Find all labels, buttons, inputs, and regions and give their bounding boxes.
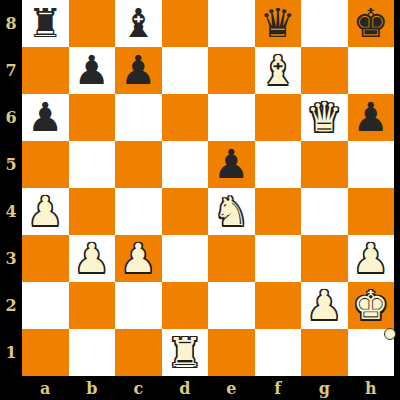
file-label-c: c (115, 376, 162, 400)
square-h7[interactable] (348, 47, 395, 94)
square-a6[interactable]: ♟ (22, 94, 69, 141)
white-pawn[interactable]: ♟ (306, 282, 342, 329)
rank-labels: 87654321 (0, 0, 22, 376)
square-d8[interactable] (162, 0, 209, 47)
square-g1[interactable] (301, 329, 348, 376)
rank-label-8: 8 (0, 0, 22, 47)
square-b6[interactable] (69, 94, 116, 141)
rank-label-7: 7 (0, 47, 22, 94)
square-d3[interactable] (162, 235, 209, 282)
square-g8[interactable] (301, 0, 348, 47)
square-b8[interactable] (69, 0, 116, 47)
square-f4[interactable] (255, 188, 302, 235)
square-a1[interactable] (22, 329, 69, 376)
square-c3[interactable]: ♟ (115, 235, 162, 282)
white-queen[interactable]: ♛ (306, 94, 342, 141)
square-b5[interactable] (69, 141, 116, 188)
square-f1[interactable] (255, 329, 302, 376)
white-pawn[interactable]: ♟ (74, 235, 110, 282)
square-f5[interactable] (255, 141, 302, 188)
rank-label-5: 5 (0, 141, 22, 188)
black-pawn[interactable]: ♟ (120, 47, 156, 94)
white-knight[interactable]: ♞ (213, 188, 249, 235)
square-f2[interactable] (255, 282, 302, 329)
rank-label-6: 6 (0, 94, 22, 141)
rank-label-3: 3 (0, 235, 22, 282)
rank-label-1: 1 (0, 329, 22, 376)
square-d7[interactable] (162, 47, 209, 94)
black-pawn[interactable]: ♟ (353, 94, 389, 141)
file-label-a: a (22, 376, 69, 400)
square-c7[interactable]: ♟ (115, 47, 162, 94)
square-c1[interactable] (115, 329, 162, 376)
square-g7[interactable] (301, 47, 348, 94)
square-h6[interactable]: ♟ (348, 94, 395, 141)
chess-diagram: 87654321 ♜♝♛♚♟♟♝♟♛♟♟♟♞♟♟♟♟♚♜ abcdefgh (0, 0, 400, 400)
square-a2[interactable] (22, 282, 69, 329)
white-king[interactable]: ♚ (353, 282, 389, 329)
square-e1[interactable] (208, 329, 255, 376)
square-c8[interactable]: ♝ (115, 0, 162, 47)
square-f6[interactable] (255, 94, 302, 141)
square-a8[interactable]: ♜ (22, 0, 69, 47)
black-pawn[interactable]: ♟ (213, 141, 249, 188)
square-d1[interactable]: ♜ (162, 329, 209, 376)
square-e5[interactable]: ♟ (208, 141, 255, 188)
square-g5[interactable] (301, 141, 348, 188)
black-king[interactable]: ♚ (353, 0, 389, 47)
rank-label-2: 2 (0, 282, 22, 329)
square-e6[interactable] (208, 94, 255, 141)
square-d4[interactable] (162, 188, 209, 235)
file-label-e: e (208, 376, 255, 400)
square-h2[interactable]: ♚ (348, 282, 395, 329)
file-label-g: g (301, 376, 348, 400)
file-labels: abcdefgh (22, 376, 394, 400)
black-pawn[interactable]: ♟ (27, 94, 63, 141)
square-b1[interactable] (69, 329, 116, 376)
file-label-b: b (69, 376, 116, 400)
square-e3[interactable] (208, 235, 255, 282)
white-pawn[interactable]: ♟ (27, 188, 63, 235)
square-d2[interactable] (162, 282, 209, 329)
square-b7[interactable]: ♟ (69, 47, 116, 94)
black-queen[interactable]: ♛ (260, 0, 296, 47)
square-d5[interactable] (162, 141, 209, 188)
square-c4[interactable] (115, 188, 162, 235)
black-bishop[interactable]: ♝ (120, 0, 156, 47)
white-bishop[interactable]: ♝ (260, 47, 296, 94)
square-g6[interactable]: ♛ (301, 94, 348, 141)
square-b4[interactable] (69, 188, 116, 235)
square-a3[interactable] (22, 235, 69, 282)
file-label-d: d (162, 376, 209, 400)
black-rook[interactable]: ♜ (27, 0, 63, 47)
square-a7[interactable] (22, 47, 69, 94)
square-c5[interactable] (115, 141, 162, 188)
square-f7[interactable]: ♝ (255, 47, 302, 94)
square-h4[interactable] (348, 188, 395, 235)
black-pawn[interactable]: ♟ (74, 47, 110, 94)
square-h8[interactable]: ♚ (348, 0, 395, 47)
file-label-h: h (348, 376, 395, 400)
square-h5[interactable] (348, 141, 395, 188)
square-e2[interactable] (208, 282, 255, 329)
square-a4[interactable]: ♟ (22, 188, 69, 235)
file-label-f: f (255, 376, 302, 400)
rank-label-4: 4 (0, 188, 22, 235)
square-c2[interactable] (115, 282, 162, 329)
white-to-move-indicator (384, 328, 396, 340)
square-g2[interactable]: ♟ (301, 282, 348, 329)
white-pawn[interactable]: ♟ (120, 235, 156, 282)
square-b3[interactable]: ♟ (69, 235, 116, 282)
square-e7[interactable] (208, 47, 255, 94)
white-pawn[interactable]: ♟ (353, 235, 389, 282)
white-rook[interactable]: ♜ (167, 329, 203, 376)
square-g3[interactable] (301, 235, 348, 282)
square-f3[interactable] (255, 235, 302, 282)
square-g4[interactable] (301, 188, 348, 235)
square-a5[interactable] (22, 141, 69, 188)
chess-board[interactable]: ♜♝♛♚♟♟♝♟♛♟♟♟♞♟♟♟♟♚♜ (22, 0, 394, 376)
square-e4[interactable]: ♞ (208, 188, 255, 235)
square-c6[interactable] (115, 94, 162, 141)
square-d6[interactable] (162, 94, 209, 141)
square-e8[interactable] (208, 0, 255, 47)
square-h3[interactable]: ♟ (348, 235, 395, 282)
square-b2[interactable] (69, 282, 116, 329)
square-f8[interactable]: ♛ (255, 0, 302, 47)
